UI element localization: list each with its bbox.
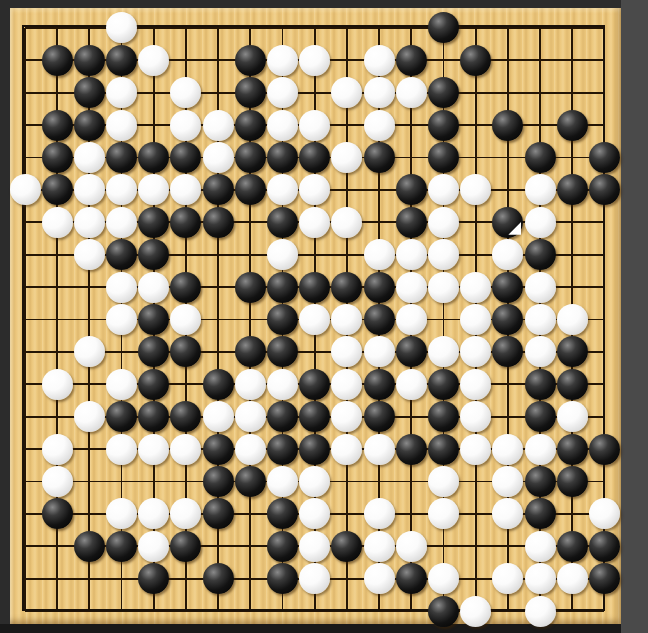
intersection[interactable]	[556, 595, 588, 627]
intersection[interactable]	[556, 433, 588, 465]
intersection[interactable]	[299, 336, 331, 368]
intersection[interactable]	[234, 206, 266, 238]
intersection[interactable]	[170, 530, 202, 562]
intersection[interactable]	[556, 44, 588, 76]
intersection[interactable]	[331, 303, 363, 335]
intersection[interactable]	[556, 141, 588, 173]
intersection[interactable]	[460, 595, 492, 627]
intersection[interactable]	[427, 562, 459, 594]
intersection[interactable]	[234, 400, 266, 432]
intersection[interactable]	[427, 498, 459, 530]
intersection[interactable]	[299, 400, 331, 432]
intersection[interactable]	[556, 12, 588, 44]
intersection[interactable]	[234, 368, 266, 400]
intersection[interactable]	[170, 433, 202, 465]
intersection[interactable]	[460, 303, 492, 335]
intersection[interactable]	[492, 141, 524, 173]
intersection[interactable]	[105, 498, 137, 530]
intersection[interactable]	[202, 433, 234, 465]
intersection[interactable]	[138, 303, 170, 335]
intersection[interactable]	[266, 498, 298, 530]
intersection[interactable]	[556, 336, 588, 368]
intersection[interactable]	[299, 368, 331, 400]
intersection[interactable]	[395, 400, 427, 432]
intersection[interactable]	[299, 12, 331, 44]
intersection[interactable]	[170, 239, 202, 271]
intersection[interactable]	[395, 465, 427, 497]
intersection[interactable]	[524, 271, 556, 303]
intersection[interactable]	[427, 433, 459, 465]
intersection[interactable]	[460, 174, 492, 206]
intersection[interactable]	[170, 498, 202, 530]
intersection[interactable]	[105, 368, 137, 400]
intersection[interactable]	[138, 174, 170, 206]
intersection[interactable]	[41, 465, 73, 497]
intersection[interactable]	[395, 595, 427, 627]
intersection[interactable]	[202, 44, 234, 76]
intersection[interactable]	[427, 368, 459, 400]
intersection[interactable]	[73, 77, 105, 109]
intersection[interactable]	[105, 239, 137, 271]
intersection[interactable]	[492, 400, 524, 432]
intersection[interactable]	[170, 595, 202, 627]
intersection[interactable]	[266, 336, 298, 368]
intersection[interactable]	[395, 77, 427, 109]
intersection[interactable]	[299, 433, 331, 465]
intersection[interactable]	[524, 174, 556, 206]
intersection[interactable]	[202, 303, 234, 335]
intersection[interactable]	[427, 303, 459, 335]
intersection[interactable]	[363, 44, 395, 76]
intersection[interactable]	[299, 77, 331, 109]
intersection[interactable]	[170, 206, 202, 238]
intersection[interactable]	[588, 239, 620, 271]
intersection[interactable]	[202, 239, 234, 271]
intersection[interactable]	[41, 400, 73, 432]
intersection[interactable]	[299, 44, 331, 76]
intersection[interactable]	[299, 141, 331, 173]
intersection[interactable]	[266, 239, 298, 271]
intersection[interactable]	[427, 595, 459, 627]
intersection[interactable]	[73, 271, 105, 303]
intersection[interactable]	[202, 530, 234, 562]
intersection[interactable]	[105, 336, 137, 368]
intersection[interactable]	[363, 400, 395, 432]
intersection[interactable]	[556, 562, 588, 594]
intersection[interactable]	[460, 530, 492, 562]
intersection[interactable]	[427, 141, 459, 173]
intersection[interactable]	[234, 562, 266, 594]
intersection[interactable]	[524, 465, 556, 497]
intersection[interactable]	[492, 562, 524, 594]
intersection[interactable]	[556, 303, 588, 335]
intersection[interactable]	[9, 595, 41, 627]
intersection[interactable]	[492, 465, 524, 497]
intersection[interactable]	[202, 206, 234, 238]
intersection[interactable]	[395, 303, 427, 335]
intersection[interactable]	[138, 12, 170, 44]
intersection[interactable]	[73, 465, 105, 497]
intersection[interactable]	[170, 174, 202, 206]
intersection[interactable]	[41, 336, 73, 368]
intersection[interactable]	[460, 465, 492, 497]
intersection[interactable]	[395, 206, 427, 238]
intersection[interactable]	[138, 239, 170, 271]
intersection[interactable]	[9, 206, 41, 238]
intersection[interactable]	[331, 206, 363, 238]
intersection[interactable]	[234, 12, 266, 44]
intersection[interactable]	[41, 433, 73, 465]
intersection[interactable]	[41, 174, 73, 206]
intersection[interactable]	[524, 336, 556, 368]
intersection[interactable]	[492, 174, 524, 206]
intersection[interactable]	[427, 530, 459, 562]
intersection[interactable]	[234, 44, 266, 76]
intersection[interactable]	[556, 465, 588, 497]
intersection[interactable]	[299, 465, 331, 497]
intersection[interactable]	[460, 271, 492, 303]
intersection[interactable]	[138, 141, 170, 173]
intersection[interactable]	[556, 174, 588, 206]
intersection[interactable]	[9, 562, 41, 594]
intersection[interactable]	[363, 109, 395, 141]
intersection[interactable]	[427, 109, 459, 141]
intersection[interactable]	[41, 109, 73, 141]
intersection[interactable]	[299, 303, 331, 335]
intersection[interactable]	[299, 174, 331, 206]
intersection[interactable]	[105, 465, 137, 497]
intersection[interactable]	[395, 498, 427, 530]
intersection[interactable]	[202, 595, 234, 627]
intersection[interactable]	[363, 562, 395, 594]
intersection[interactable]	[73, 44, 105, 76]
intersection[interactable]	[331, 239, 363, 271]
intersection[interactable]	[492, 271, 524, 303]
intersection[interactable]	[395, 271, 427, 303]
intersection[interactable]	[202, 336, 234, 368]
intersection[interactable]	[427, 77, 459, 109]
intersection[interactable]	[170, 400, 202, 432]
intersection[interactable]	[9, 271, 41, 303]
intersection[interactable]	[73, 433, 105, 465]
intersection[interactable]	[299, 595, 331, 627]
intersection[interactable]	[73, 174, 105, 206]
intersection[interactable]	[299, 239, 331, 271]
intersection[interactable]	[331, 498, 363, 530]
intersection[interactable]	[41, 77, 73, 109]
intersection[interactable]	[138, 109, 170, 141]
intersection[interactable]	[170, 141, 202, 173]
intersection[interactable]	[460, 400, 492, 432]
intersection[interactable]	[427, 44, 459, 76]
intersection[interactable]	[138, 77, 170, 109]
intersection[interactable]	[170, 336, 202, 368]
intersection[interactable]	[588, 595, 620, 627]
intersection[interactable]	[41, 303, 73, 335]
intersection[interactable]	[299, 109, 331, 141]
intersection[interactable]	[492, 368, 524, 400]
intersection[interactable]	[556, 368, 588, 400]
intersection[interactable]	[331, 465, 363, 497]
intersection[interactable]	[331, 77, 363, 109]
intersection[interactable]	[105, 271, 137, 303]
intersection[interactable]	[9, 44, 41, 76]
intersection[interactable]	[427, 206, 459, 238]
intersection[interactable]	[9, 303, 41, 335]
intersection[interactable]	[234, 595, 266, 627]
intersection[interactable]	[524, 400, 556, 432]
intersection[interactable]	[395, 368, 427, 400]
intersection[interactable]	[138, 336, 170, 368]
intersection[interactable]	[73, 498, 105, 530]
intersection[interactable]	[331, 44, 363, 76]
intersection[interactable]	[9, 239, 41, 271]
intersection[interactable]	[492, 595, 524, 627]
intersection[interactable]	[105, 562, 137, 594]
intersection[interactable]	[41, 12, 73, 44]
intersection[interactable]	[524, 562, 556, 594]
intersection[interactable]	[105, 530, 137, 562]
intersection[interactable]	[524, 433, 556, 465]
intersection[interactable]	[556, 400, 588, 432]
intersection[interactable]	[492, 433, 524, 465]
intersection[interactable]	[202, 12, 234, 44]
intersection[interactable]	[395, 174, 427, 206]
intersection[interactable]	[331, 530, 363, 562]
intersection[interactable]	[588, 400, 620, 432]
intersection[interactable]	[331, 271, 363, 303]
intersection[interactable]	[588, 141, 620, 173]
intersection[interactable]	[170, 109, 202, 141]
intersection[interactable]	[331, 12, 363, 44]
intersection[interactable]	[202, 400, 234, 432]
intersection[interactable]	[588, 77, 620, 109]
intersection[interactable]	[138, 368, 170, 400]
intersection[interactable]	[460, 562, 492, 594]
intersection[interactable]	[331, 174, 363, 206]
intersection[interactable]	[524, 303, 556, 335]
intersection[interactable]	[363, 239, 395, 271]
intersection[interactable]	[427, 336, 459, 368]
intersection[interactable]	[299, 271, 331, 303]
intersection[interactable]	[588, 271, 620, 303]
intersection[interactable]	[588, 303, 620, 335]
intersection[interactable]	[266, 368, 298, 400]
intersection[interactable]	[73, 12, 105, 44]
intersection[interactable]	[9, 530, 41, 562]
intersection[interactable]	[395, 239, 427, 271]
intersection[interactable]	[170, 77, 202, 109]
intersection[interactable]	[556, 77, 588, 109]
intersection[interactable]	[588, 206, 620, 238]
intersection[interactable]	[460, 239, 492, 271]
intersection[interactable]	[460, 77, 492, 109]
intersection[interactable]	[41, 562, 73, 594]
intersection[interactable]	[9, 465, 41, 497]
intersection[interactable]	[460, 206, 492, 238]
intersection[interactable]	[170, 271, 202, 303]
intersection[interactable]	[460, 368, 492, 400]
intersection[interactable]	[588, 562, 620, 594]
intersection[interactable]	[331, 595, 363, 627]
intersection[interactable]	[9, 498, 41, 530]
intersection[interactable]	[588, 498, 620, 530]
intersection[interactable]	[266, 174, 298, 206]
intersection[interactable]	[363, 368, 395, 400]
intersection[interactable]	[170, 368, 202, 400]
intersection[interactable]	[556, 206, 588, 238]
intersection[interactable]	[460, 433, 492, 465]
intersection[interactable]	[105, 12, 137, 44]
intersection[interactable]	[395, 530, 427, 562]
intersection[interactable]	[105, 141, 137, 173]
board-grid[interactable]	[9, 12, 621, 627]
intersection[interactable]	[105, 303, 137, 335]
intersection[interactable]	[41, 44, 73, 76]
intersection[interactable]	[556, 239, 588, 271]
intersection[interactable]	[234, 465, 266, 497]
intersection[interactable]	[73, 206, 105, 238]
intersection[interactable]	[524, 141, 556, 173]
intersection[interactable]	[266, 109, 298, 141]
intersection[interactable]	[266, 433, 298, 465]
intersection[interactable]	[202, 77, 234, 109]
intersection[interactable]	[202, 368, 234, 400]
intersection[interactable]	[460, 141, 492, 173]
intersection[interactable]	[363, 12, 395, 44]
intersection[interactable]	[9, 433, 41, 465]
intersection[interactable]	[266, 77, 298, 109]
intersection[interactable]	[492, 77, 524, 109]
intersection[interactable]	[395, 336, 427, 368]
intersection[interactable]	[41, 206, 73, 238]
intersection[interactable]	[395, 109, 427, 141]
intersection[interactable]	[73, 562, 105, 594]
intersection[interactable]	[138, 465, 170, 497]
intersection[interactable]	[170, 465, 202, 497]
intersection[interactable]	[266, 595, 298, 627]
intersection[interactable]	[492, 303, 524, 335]
intersection[interactable]	[105, 109, 137, 141]
intersection[interactable]	[524, 530, 556, 562]
intersection[interactable]	[73, 336, 105, 368]
intersection[interactable]	[202, 562, 234, 594]
intersection[interactable]	[234, 303, 266, 335]
intersection[interactable]	[363, 433, 395, 465]
intersection[interactable]	[266, 206, 298, 238]
intersection[interactable]	[73, 109, 105, 141]
intersection[interactable]	[202, 141, 234, 173]
intersection[interactable]	[138, 400, 170, 432]
intersection[interactable]	[588, 433, 620, 465]
intersection[interactable]	[138, 530, 170, 562]
intersection[interactable]	[492, 12, 524, 44]
intersection[interactable]	[524, 498, 556, 530]
intersection[interactable]	[41, 141, 73, 173]
intersection[interactable]	[170, 44, 202, 76]
intersection[interactable]	[460, 109, 492, 141]
intersection[interactable]	[588, 174, 620, 206]
intersection[interactable]	[395, 12, 427, 44]
intersection[interactable]	[9, 336, 41, 368]
intersection[interactable]	[524, 44, 556, 76]
intersection[interactable]	[492, 336, 524, 368]
intersection[interactable]	[395, 433, 427, 465]
intersection[interactable]	[9, 174, 41, 206]
intersection[interactable]	[9, 400, 41, 432]
intersection[interactable]	[105, 77, 137, 109]
intersection[interactable]	[556, 530, 588, 562]
intersection[interactable]	[9, 77, 41, 109]
intersection[interactable]	[73, 141, 105, 173]
intersection[interactable]	[524, 109, 556, 141]
intersection[interactable]	[427, 12, 459, 44]
intersection[interactable]	[363, 174, 395, 206]
intersection[interactable]	[266, 303, 298, 335]
intersection[interactable]	[234, 141, 266, 173]
intersection[interactable]	[460, 12, 492, 44]
intersection[interactable]	[588, 465, 620, 497]
intersection[interactable]	[234, 336, 266, 368]
intersection[interactable]	[234, 239, 266, 271]
intersection[interactable]	[138, 271, 170, 303]
intersection[interactable]	[492, 109, 524, 141]
intersection[interactable]	[331, 433, 363, 465]
intersection[interactable]	[41, 498, 73, 530]
intersection[interactable]	[395, 562, 427, 594]
intersection[interactable]	[363, 465, 395, 497]
intersection[interactable]	[588, 109, 620, 141]
intersection[interactable]	[105, 595, 137, 627]
intersection[interactable]	[395, 141, 427, 173]
intersection[interactable]	[524, 206, 556, 238]
intersection[interactable]	[170, 303, 202, 335]
intersection[interactable]	[138, 595, 170, 627]
intersection[interactable]	[395, 44, 427, 76]
intersection[interactable]	[363, 595, 395, 627]
intersection[interactable]	[138, 206, 170, 238]
intersection[interactable]	[524, 77, 556, 109]
intersection[interactable]	[138, 498, 170, 530]
intersection[interactable]	[363, 303, 395, 335]
intersection[interactable]	[234, 530, 266, 562]
intersection[interactable]	[492, 206, 524, 238]
intersection[interactable]	[234, 498, 266, 530]
intersection[interactable]	[588, 12, 620, 44]
intersection[interactable]	[427, 400, 459, 432]
intersection[interactable]	[363, 336, 395, 368]
intersection[interactable]	[41, 530, 73, 562]
intersection[interactable]	[363, 271, 395, 303]
intersection[interactable]	[363, 530, 395, 562]
intersection[interactable]	[202, 498, 234, 530]
intersection[interactable]	[363, 77, 395, 109]
intersection[interactable]	[331, 109, 363, 141]
intersection[interactable]	[331, 562, 363, 594]
intersection[interactable]	[299, 498, 331, 530]
intersection[interactable]	[105, 400, 137, 432]
intersection[interactable]	[234, 174, 266, 206]
intersection[interactable]	[427, 465, 459, 497]
intersection[interactable]	[234, 109, 266, 141]
intersection[interactable]	[266, 12, 298, 44]
intersection[interactable]	[299, 530, 331, 562]
intersection[interactable]	[234, 77, 266, 109]
intersection[interactable]	[41, 595, 73, 627]
intersection[interactable]	[588, 368, 620, 400]
intersection[interactable]	[266, 271, 298, 303]
intersection[interactable]	[556, 271, 588, 303]
